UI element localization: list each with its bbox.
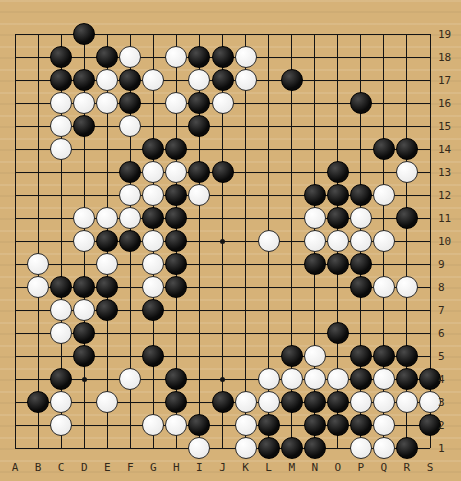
- stone-white-F15[interactable]: [119, 115, 141, 137]
- stone-white-K18[interactable]: [235, 46, 257, 68]
- column-label-C: C: [58, 462, 65, 473]
- stone-black-P9[interactable]: [350, 253, 372, 275]
- stone-black-H10[interactable]: [165, 230, 187, 252]
- stone-black-D17[interactable]: [73, 69, 95, 91]
- column-label-Q: Q: [381, 462, 388, 473]
- stone-black-P16[interactable]: [350, 92, 372, 114]
- stone-white-I17[interactable]: [188, 69, 210, 91]
- column-label-M: M: [288, 462, 295, 473]
- stone-black-C18[interactable]: [50, 46, 72, 68]
- stone-black-P12[interactable]: [350, 184, 372, 206]
- stone-black-F13[interactable]: [119, 161, 141, 183]
- stone-black-R11[interactable]: [396, 207, 418, 229]
- row-label-3: 3: [438, 397, 445, 408]
- stone-white-H16[interactable]: [165, 92, 187, 114]
- stone-white-D16[interactable]: [73, 92, 95, 114]
- stone-white-N10[interactable]: [304, 230, 326, 252]
- stone-white-N5[interactable]: [304, 345, 326, 367]
- stone-white-E17[interactable]: [96, 69, 118, 91]
- stone-white-K3[interactable]: [235, 391, 257, 413]
- stone-white-C15[interactable]: [50, 115, 72, 137]
- stone-white-K2[interactable]: [235, 414, 257, 436]
- row-label-7: 7: [438, 305, 445, 316]
- stone-black-Q5[interactable]: [373, 345, 395, 367]
- stone-black-I15[interactable]: [188, 115, 210, 137]
- stone-white-Q1[interactable]: [373, 437, 395, 459]
- stone-white-H18[interactable]: [165, 46, 187, 68]
- column-label-A: A: [12, 462, 19, 473]
- stone-white-Q2[interactable]: [373, 414, 395, 436]
- stone-white-J16[interactable]: [212, 92, 234, 114]
- stone-white-C6[interactable]: [50, 322, 72, 344]
- row-label-8: 8: [438, 282, 445, 293]
- stone-white-Q3[interactable]: [373, 391, 395, 413]
- column-label-L: L: [265, 462, 272, 473]
- stone-black-I18[interactable]: [188, 46, 210, 68]
- stone-black-F16[interactable]: [119, 92, 141, 114]
- row-label-6: 6: [438, 328, 445, 339]
- stone-white-Q12[interactable]: [373, 184, 395, 206]
- column-label-E: E: [104, 462, 111, 473]
- star-point-D4: [82, 377, 87, 382]
- stone-black-D8[interactable]: [73, 276, 95, 298]
- stone-black-I2[interactable]: [188, 414, 210, 436]
- row-label-17: 17: [438, 75, 451, 86]
- stone-white-L3[interactable]: [258, 391, 280, 413]
- stone-white-P10[interactable]: [350, 230, 372, 252]
- stone-black-B3[interactable]: [27, 391, 49, 413]
- stone-black-P8[interactable]: [350, 276, 372, 298]
- stone-black-M1[interactable]: [281, 437, 303, 459]
- stone-black-Q14[interactable]: [373, 138, 395, 160]
- column-label-O: O: [334, 462, 341, 473]
- stone-white-O10[interactable]: [327, 230, 349, 252]
- stone-white-K17[interactable]: [235, 69, 257, 91]
- stone-white-D11[interactable]: [73, 207, 95, 229]
- stone-white-M4[interactable]: [281, 368, 303, 390]
- stone-black-O3[interactable]: [327, 391, 349, 413]
- stone-white-L4[interactable]: [258, 368, 280, 390]
- stone-white-G12[interactable]: [142, 184, 164, 206]
- stone-black-J13[interactable]: [212, 161, 234, 183]
- stone-black-J18[interactable]: [212, 46, 234, 68]
- row-label-10: 10: [438, 236, 451, 247]
- stone-black-L1[interactable]: [258, 437, 280, 459]
- stone-white-B8[interactable]: [27, 276, 49, 298]
- stone-black-D6[interactable]: [73, 322, 95, 344]
- column-label-B: B: [35, 462, 42, 473]
- grid-line-vertical: [245, 34, 246, 448]
- stone-black-E7[interactable]: [96, 299, 118, 321]
- stone-white-G2[interactable]: [142, 414, 164, 436]
- row-label-18: 18: [438, 52, 451, 63]
- stone-black-H12[interactable]: [165, 184, 187, 206]
- stone-black-E8[interactable]: [96, 276, 118, 298]
- stone-white-E11[interactable]: [96, 207, 118, 229]
- stone-black-H14[interactable]: [165, 138, 187, 160]
- stone-white-Q10[interactable]: [373, 230, 395, 252]
- row-label-4: 4: [438, 374, 445, 385]
- stone-black-G11[interactable]: [142, 207, 164, 229]
- stone-black-O12[interactable]: [327, 184, 349, 206]
- stone-black-D15[interactable]: [73, 115, 95, 137]
- stone-black-O9[interactable]: [327, 253, 349, 275]
- column-label-H: H: [173, 462, 180, 473]
- stone-white-F4[interactable]: [119, 368, 141, 390]
- row-label-2: 2: [438, 420, 445, 431]
- row-label-15: 15: [438, 121, 451, 132]
- stone-black-P2[interactable]: [350, 414, 372, 436]
- stone-black-G7[interactable]: [142, 299, 164, 321]
- stone-white-G9[interactable]: [142, 253, 164, 275]
- stone-black-N3[interactable]: [304, 391, 326, 413]
- row-label-1: 1: [438, 443, 445, 454]
- stone-white-H2[interactable]: [165, 414, 187, 436]
- row-label-14: 14: [438, 144, 451, 155]
- stone-black-D19[interactable]: [73, 23, 95, 45]
- stone-black-I16[interactable]: [188, 92, 210, 114]
- row-label-11: 11: [438, 213, 451, 224]
- stone-white-G8[interactable]: [142, 276, 164, 298]
- stone-white-B9[interactable]: [27, 253, 49, 275]
- star-point-J10: [220, 239, 225, 244]
- stone-black-G14[interactable]: [142, 138, 164, 160]
- stone-white-E9[interactable]: [96, 253, 118, 275]
- column-label-D: D: [81, 462, 88, 473]
- stone-black-H11[interactable]: [165, 207, 187, 229]
- stone-white-D10[interactable]: [73, 230, 95, 252]
- stone-black-R5[interactable]: [396, 345, 418, 367]
- stone-white-C3[interactable]: [50, 391, 72, 413]
- stone-black-N1[interactable]: [304, 437, 326, 459]
- stone-white-C14[interactable]: [50, 138, 72, 160]
- stone-white-I1[interactable]: [188, 437, 210, 459]
- go-board[interactable]: ABCDEFGHIJKLMNOPQRS 19181716151413121110…: [0, 0, 461, 481]
- column-label-R: R: [404, 462, 411, 473]
- stone-black-O6[interactable]: [327, 322, 349, 344]
- column-label-F: F: [127, 462, 134, 473]
- stone-white-N11[interactable]: [304, 207, 326, 229]
- stone-white-E16[interactable]: [96, 92, 118, 114]
- stone-white-C16[interactable]: [50, 92, 72, 114]
- stone-black-C17[interactable]: [50, 69, 72, 91]
- star-point-J4: [220, 377, 225, 382]
- stone-white-D7[interactable]: [73, 299, 95, 321]
- stone-black-N9[interactable]: [304, 253, 326, 275]
- stone-black-J17[interactable]: [212, 69, 234, 91]
- stone-white-I12[interactable]: [188, 184, 210, 206]
- stone-black-P4[interactable]: [350, 368, 372, 390]
- stone-black-H4[interactable]: [165, 368, 187, 390]
- stone-white-G10[interactable]: [142, 230, 164, 252]
- stone-black-R1[interactable]: [396, 437, 418, 459]
- stone-white-F11[interactable]: [119, 207, 141, 229]
- stone-white-G13[interactable]: [142, 161, 164, 183]
- stone-white-R8[interactable]: [396, 276, 418, 298]
- stone-white-R3[interactable]: [396, 391, 418, 413]
- stone-white-Q8[interactable]: [373, 276, 395, 298]
- column-label-J: J: [219, 462, 226, 473]
- stone-black-C8[interactable]: [50, 276, 72, 298]
- row-label-13: 13: [438, 167, 451, 178]
- row-label-9: 9: [438, 259, 445, 270]
- stone-white-L10[interactable]: [258, 230, 280, 252]
- stone-black-G5[interactable]: [142, 345, 164, 367]
- stone-white-P1[interactable]: [350, 437, 372, 459]
- stone-black-N12[interactable]: [304, 184, 326, 206]
- column-label-G: G: [150, 462, 157, 473]
- stone-black-I13[interactable]: [188, 161, 210, 183]
- column-label-K: K: [242, 462, 249, 473]
- stone-black-E10[interactable]: [96, 230, 118, 252]
- stone-black-R14[interactable]: [396, 138, 418, 160]
- stone-white-H13[interactable]: [165, 161, 187, 183]
- stone-white-N4[interactable]: [304, 368, 326, 390]
- stone-black-N2[interactable]: [304, 414, 326, 436]
- row-label-5: 5: [438, 351, 445, 362]
- stone-black-M5[interactable]: [281, 345, 303, 367]
- stone-white-O4[interactable]: [327, 368, 349, 390]
- stone-black-O13[interactable]: [327, 161, 349, 183]
- stone-white-C2[interactable]: [50, 414, 72, 436]
- stone-black-H3[interactable]: [165, 391, 187, 413]
- stone-black-D5[interactable]: [73, 345, 95, 367]
- stone-black-H8[interactable]: [165, 276, 187, 298]
- stone-white-P3[interactable]: [350, 391, 372, 413]
- stone-black-F17[interactable]: [119, 69, 141, 91]
- stone-white-G17[interactable]: [142, 69, 164, 91]
- column-label-N: N: [311, 462, 318, 473]
- stone-black-R4[interactable]: [396, 368, 418, 390]
- row-label-12: 12: [438, 190, 451, 201]
- stone-white-Q4[interactable]: [373, 368, 395, 390]
- stone-white-C7[interactable]: [50, 299, 72, 321]
- stone-black-M3[interactable]: [281, 391, 303, 413]
- stone-white-P11[interactable]: [350, 207, 372, 229]
- column-label-I: I: [196, 462, 203, 473]
- stone-black-E18[interactable]: [96, 46, 118, 68]
- column-label-P: P: [357, 462, 364, 473]
- stone-black-J3[interactable]: [212, 391, 234, 413]
- stone-white-E3[interactable]: [96, 391, 118, 413]
- stone-black-O11[interactable]: [327, 207, 349, 229]
- column-label-S: S: [427, 462, 434, 473]
- stone-black-M17[interactable]: [281, 69, 303, 91]
- stone-black-C4[interactable]: [50, 368, 72, 390]
- stone-black-P5[interactable]: [350, 345, 372, 367]
- stone-black-F10[interactable]: [119, 230, 141, 252]
- stone-black-O2[interactable]: [327, 414, 349, 436]
- row-label-16: 16: [438, 98, 451, 109]
- stone-black-L2[interactable]: [258, 414, 280, 436]
- stone-black-H9[interactable]: [165, 253, 187, 275]
- stone-white-R13[interactable]: [396, 161, 418, 183]
- stone-white-K1[interactable]: [235, 437, 257, 459]
- row-label-19: 19: [438, 29, 451, 40]
- stone-white-F18[interactable]: [119, 46, 141, 68]
- stone-white-F12[interactable]: [119, 184, 141, 206]
